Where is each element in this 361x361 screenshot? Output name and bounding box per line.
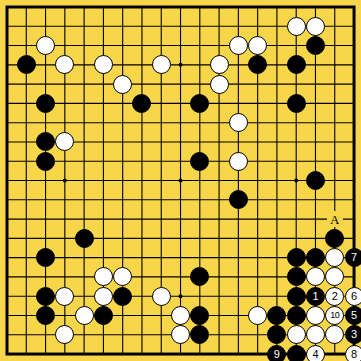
stone-black [325,229,344,248]
move-number: 8 [351,349,357,360]
stone-black [190,152,209,171]
move-number: 4 [312,349,318,360]
stone-white [306,306,325,325]
stone-black-move-7: 7 [345,248,361,267]
move-number: 6 [351,291,357,302]
stone-black [287,55,306,74]
stone-black [287,248,306,267]
stone-black [287,345,306,361]
go-board[interactable]: 71261053948 A [0,0,361,361]
stone-white [306,17,325,36]
stone-white [36,36,55,55]
stone-black [306,171,325,190]
stone-white [55,287,74,306]
stone-black [306,36,325,55]
point-label-A: A [327,211,343,227]
stone-black-move-3: 3 [345,325,361,344]
stone-white [229,113,248,132]
stone-white-move-4: 4 [306,345,325,361]
stone-black [306,248,325,267]
stone-white-move-6: 6 [345,287,361,306]
stone-white [171,306,190,325]
stone-white [229,152,248,171]
stone-black [287,287,306,306]
stone-white [248,306,267,325]
move-number: 7 [351,252,357,263]
stone-black-move-5: 5 [345,306,361,325]
stone-black [36,94,55,113]
stone-black [36,306,55,325]
stone-white [152,55,171,74]
move-number: 5 [351,310,357,321]
stone-black [36,152,55,171]
move-number: 1 [312,291,318,302]
move-number: 9 [274,349,280,360]
stone-white [210,55,229,74]
move-number: 10 [330,311,339,320]
stone-black [17,55,36,74]
stone-white [94,287,113,306]
stone-white [113,75,132,94]
stone-white-move-2: 2 [325,287,344,306]
stone-white [287,17,306,36]
stone-black [113,287,132,306]
stone-black-move-1: 1 [306,287,325,306]
stone-white-move-8: 8 [345,345,361,361]
move-number: 3 [351,329,357,340]
stone-black [287,267,306,286]
stone-white [75,306,94,325]
stone-black [287,94,306,113]
stone-white [229,36,248,55]
stone-white [152,287,171,306]
move-number: 2 [332,291,338,302]
stone-black [36,287,55,306]
stone-white [210,75,229,94]
stone-white [287,325,306,344]
stone-black [75,229,94,248]
stone-black [287,306,306,325]
stone-black [94,306,113,325]
